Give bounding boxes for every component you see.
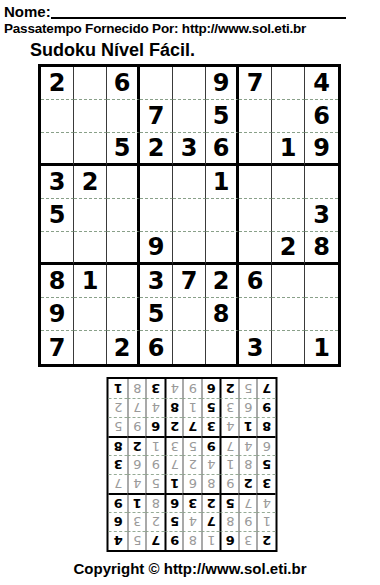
puzzle-cell-r8c4: 5: [140, 298, 173, 331]
puzzle-cell-r1c6: 9: [206, 67, 239, 100]
solution-cell-r5c3: 1: [220, 455, 239, 474]
provider-line: Passatempo Fornecido Por: http://www.sol…: [4, 21, 306, 36]
name-blank-line: [51, 3, 346, 19]
solution-cell-r7c1: 8: [257, 417, 276, 436]
solution-cell-r5c9: 3: [109, 455, 128, 474]
puzzle-cell-r5c7: [239, 199, 272, 232]
solution-cell-r3c1: 4: [257, 493, 276, 512]
solution-cell-r9c5: 9: [183, 379, 202, 398]
puzzle-cell-r7c9: [305, 265, 338, 298]
puzzle-cell-r6c8: 2: [272, 232, 305, 265]
solution-cell-r7c6: 2: [165, 417, 184, 436]
solution-cell-r4c1: 3: [257, 474, 276, 493]
puzzle-cell-r7c8: [272, 265, 305, 298]
puzzle-cell-r5c2: [74, 199, 107, 232]
solution-cell-r9c6: 4: [165, 379, 184, 398]
puzzle-cell-r4c3: [107, 166, 140, 199]
solution-cell-r8c8: 7: [128, 398, 147, 417]
name-label: Nome:: [4, 4, 51, 19]
solution-cell-r8c7: 4: [146, 398, 165, 417]
puzzle-cell-r6c5: [173, 232, 206, 265]
puzzle-cell-r2c2: [74, 100, 107, 133]
puzzle-cell-r4c4: [140, 166, 173, 199]
solution-cell-r6c3: 7: [220, 436, 239, 455]
solution-cell-r1c4: 1: [202, 531, 221, 550]
puzzle-cell-r9c3: 2: [107, 331, 140, 364]
solution-cell-r4c7: 5: [146, 474, 165, 493]
puzzle-cell-r3c5: 3: [173, 133, 206, 166]
puzzle-cell-r8c2: [74, 298, 107, 331]
solution-cell-r8c5: 1: [183, 398, 202, 417]
solution-cell-r1c1: 2: [257, 531, 276, 550]
solution-cell-r4c8: 4: [128, 474, 147, 493]
solution-cell-r9c2: 5: [239, 379, 258, 398]
solution-cell-r5c8: 6: [128, 455, 147, 474]
solution-cell-r8c9: 2: [109, 398, 128, 417]
solution-cell-r9c4: 6: [202, 379, 221, 398]
solution-cell-r2c2: 9: [239, 512, 258, 531]
copyright-line: Copyright © http://www.sol.eti.br: [0, 560, 380, 577]
puzzle-cell-r5c3: [107, 199, 140, 232]
puzzle-cell-r9c7: 3: [239, 331, 272, 364]
solution-cell-r2c1: 1: [257, 512, 276, 531]
puzzle-cell-r7c1: 8: [41, 265, 74, 298]
solution-cell-r1c8: 5: [128, 531, 147, 550]
puzzle-cell-r8c1: 9: [41, 298, 74, 331]
puzzle-cell-r2c7: [239, 100, 272, 133]
solution-cell-r1c3: 6: [220, 531, 239, 550]
solution-cell-r6c5: 5: [183, 436, 202, 455]
puzzle-cell-r9c4: 6: [140, 331, 173, 364]
puzzle-grid: 269747565236193215392881372695872631: [38, 64, 341, 367]
puzzle-cell-r4c8: [272, 166, 305, 199]
solution-cell-r4c9: 7: [109, 474, 128, 493]
solution-cell-r2c5: 4: [183, 512, 202, 531]
solution-cell-r8c3: 3: [220, 398, 239, 417]
solution-cell-r5c5: 2: [183, 455, 202, 474]
solution-cell-r9c3: 2: [220, 379, 239, 398]
solution-cell-r8c4: 5: [202, 398, 221, 417]
puzzle-cell-r1c8: [272, 67, 305, 100]
puzzle-cell-r2c3: [107, 100, 140, 133]
solution-cell-r6c1: 6: [257, 436, 276, 455]
solution-cell-r1c9: 4: [109, 531, 128, 550]
puzzle-cell-r3c7: [239, 133, 272, 166]
solution-cell-r7c8: 9: [128, 417, 147, 436]
solution-cell-r3c2: 7: [239, 493, 258, 512]
solution-cell-r5c7: 9: [146, 455, 165, 474]
puzzle-cell-r7c2: 1: [74, 265, 107, 298]
solution-cell-r2c3: 8: [220, 512, 239, 531]
solution-cell-r6c7: 1: [146, 436, 165, 455]
solution-cell-r5c1: 5: [257, 455, 276, 474]
solution-cell-r2c6: 5: [165, 512, 184, 531]
solution-cell-r6c4: 9: [202, 436, 221, 455]
puzzle-cell-r9c1: 7: [41, 331, 74, 364]
puzzle-cell-r6c9: 8: [305, 232, 338, 265]
puzzle-cell-r2c1: [41, 100, 74, 133]
solution-cell-r1c2: 3: [239, 531, 258, 550]
puzzle-cell-r9c2: [74, 331, 107, 364]
puzzle-cell-r1c2: [74, 67, 107, 100]
puzzle-cell-r2c6: 5: [206, 100, 239, 133]
puzzle-cell-r4c7: [239, 166, 272, 199]
puzzle-cell-r6c2: [74, 232, 107, 265]
solution-cell-r7c7: 6: [146, 417, 165, 436]
puzzle-cell-r5c6: [206, 199, 239, 232]
puzzle-cell-r6c1: [41, 232, 74, 265]
puzzle-cell-r8c9: [305, 298, 338, 331]
solution-cell-r4c2: 2: [239, 474, 258, 493]
solution-cell-r6c9: 8: [109, 436, 128, 455]
puzzle-cell-r8c6: 8: [206, 298, 239, 331]
puzzle-cell-r6c6: [206, 232, 239, 265]
solution-cell-r2c7: 2: [146, 512, 165, 531]
solution-cell-r7c9: 5: [109, 417, 128, 436]
solution-cell-r8c6: 8: [165, 398, 184, 417]
solution-cell-r6c8: 2: [128, 436, 147, 455]
puzzle-cell-r7c4: 3: [140, 265, 173, 298]
puzzle-cell-r8c5: [173, 298, 206, 331]
puzzle-cell-r6c3: [107, 232, 140, 265]
solution-cell-r9c1: 7: [257, 379, 276, 398]
solution-cell-r3c4: 2: [202, 493, 221, 512]
solution-cell-r1c6: 9: [165, 531, 184, 550]
solution-cell-r9c7: 3: [146, 379, 165, 398]
solution-cell-r3c6: 6: [165, 493, 184, 512]
puzzle-cell-r3c3: 5: [107, 133, 140, 166]
puzzle-cell-r1c7: 7: [239, 67, 272, 100]
puzzle-cell-r2c4: 7: [140, 100, 173, 133]
puzzle-cell-r7c7: 6: [239, 265, 272, 298]
solution-cell-r4c6: 1: [165, 474, 184, 493]
solution-cell-r3c3: 5: [220, 493, 239, 512]
solution-cell-r9c9: 1: [109, 379, 128, 398]
puzzle-cell-r8c7: [239, 298, 272, 331]
puzzle-cell-r1c5: [173, 67, 206, 100]
puzzle-cell-r3c2: [74, 133, 107, 166]
puzzle-cell-r9c5: [173, 331, 206, 364]
solution-cell-r4c4: 8: [202, 474, 221, 493]
puzzle-cell-r3c8: 1: [272, 133, 305, 166]
puzzle-cell-r9c6: [206, 331, 239, 364]
name-row: Nome:: [4, 3, 346, 19]
puzzle-cell-r7c6: 2: [206, 265, 239, 298]
solution-cell-r7c3: 4: [220, 417, 239, 436]
puzzle-cell-r1c9: 4: [305, 67, 338, 100]
puzzle-cell-r4c9: [305, 166, 338, 199]
puzzle-cell-r4c1: 3: [41, 166, 74, 199]
puzzle-cell-r4c2: 2: [74, 166, 107, 199]
puzzle-cell-r2c9: 6: [305, 100, 338, 133]
solution-cell-r7c4: 3: [202, 417, 221, 436]
puzzle-cell-r7c3: [107, 265, 140, 298]
solution-cell-r7c2: 1: [239, 417, 258, 436]
puzzle-cell-r9c9: 1: [305, 331, 338, 364]
puzzle-cell-r1c1: 2: [41, 67, 74, 100]
puzzle-cell-r5c9: 3: [305, 199, 338, 232]
solution-cell-r2c4: 7: [202, 512, 221, 531]
solution-cell-r7c5: 7: [183, 417, 202, 436]
puzzle-cell-r3c4: 2: [140, 133, 173, 166]
solution-cell-r1c7: 7: [146, 531, 165, 550]
solution-cell-r3c8: 1: [128, 493, 147, 512]
solution-cell-r3c5: 3: [183, 493, 202, 512]
puzzle-cell-r4c5: [173, 166, 206, 199]
solution-cell-r9c8: 8: [128, 379, 147, 398]
puzzle-cell-r5c4: [140, 199, 173, 232]
puzzle-cell-r5c5: [173, 199, 206, 232]
solution-cell-r5c4: 4: [202, 455, 221, 474]
solution-cell-r4c5: 6: [183, 474, 202, 493]
solution-cell-r3c7: 8: [146, 493, 165, 512]
solution-cell-r6c6: 3: [165, 436, 184, 455]
solution-cell-r3c9: 9: [109, 493, 128, 512]
puzzle-cell-r5c8: [272, 199, 305, 232]
puzzle-cell-r2c5: [173, 100, 206, 133]
puzzle-cell-r7c5: 7: [173, 265, 206, 298]
puzzle-cell-r4c6: 1: [206, 166, 239, 199]
solution-cell-r4c3: 9: [220, 474, 239, 493]
puzzle-cell-r3c1: [41, 133, 74, 166]
puzzle-cell-r6c7: [239, 232, 272, 265]
puzzle-cell-r2c8: [272, 100, 305, 133]
solution-grid: 2361897541987452364752368193298615475814…: [107, 377, 278, 552]
puzzle-cell-r8c8: [272, 298, 305, 331]
solution-cell-r5c6: 7: [165, 455, 184, 474]
puzzle-cell-r1c3: 6: [107, 67, 140, 100]
puzzle-cell-r8c3: [107, 298, 140, 331]
solution-cell-r2c9: 6: [109, 512, 128, 531]
solution-cell-r2c8: 3: [128, 512, 147, 531]
puzzle-cell-r1c4: [140, 67, 173, 100]
solution-cell-r5c2: 8: [239, 455, 258, 474]
page-title: Sudoku Nível Fácil.: [30, 40, 195, 61]
puzzle-cell-r3c9: 9: [305, 133, 338, 166]
puzzle-cell-r3c6: 6: [206, 133, 239, 166]
solution-cell-r1c5: 8: [183, 531, 202, 550]
solution-cell-r6c2: 4: [239, 436, 258, 455]
puzzle-cell-r9c8: [272, 331, 305, 364]
solution-cell-r8c1: 9: [257, 398, 276, 417]
solution-cell-r8c2: 6: [239, 398, 258, 417]
puzzle-cell-r6c4: 9: [140, 232, 173, 265]
puzzle-cell-r5c1: 5: [41, 199, 74, 232]
